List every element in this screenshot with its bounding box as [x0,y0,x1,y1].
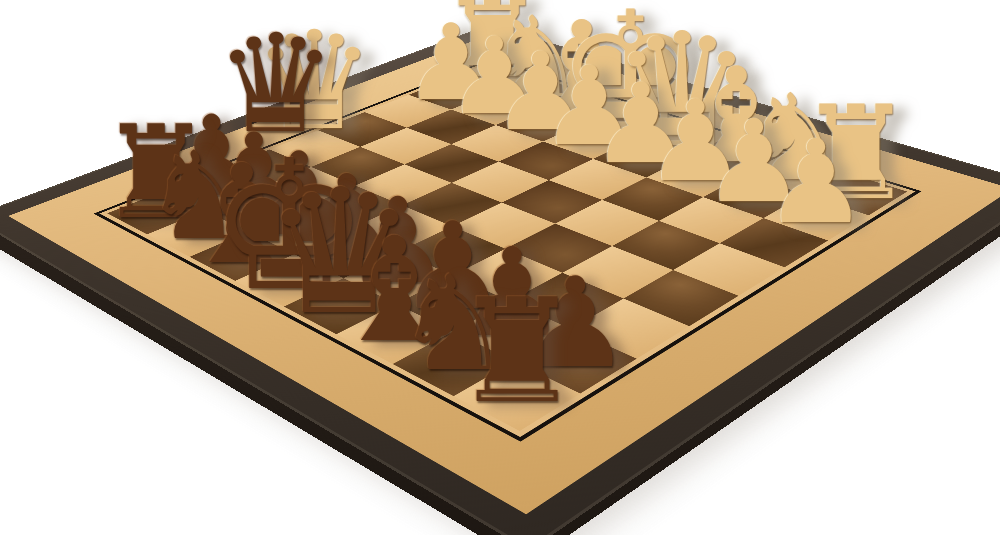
chess-set-photo: ♜♞♝♛♚♝♞♜♟♟♟♟♟♟♟♟♟♟♟♟♟♟♟♟♜♞♝♛♚♝♞♜♛♛ [0,0,1000,535]
chess-board [0,25,1000,535]
